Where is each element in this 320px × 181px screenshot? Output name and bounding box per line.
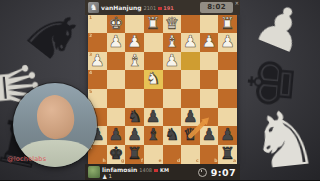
square-g4[interactable]: [107, 70, 126, 89]
square-g6[interactable]: [107, 108, 126, 127]
top-player-rating: 2101: [143, 5, 156, 11]
rank-label: 3: [89, 53, 92, 58]
square-b4[interactable]: [200, 70, 219, 89]
square-f4[interactable]: [125, 70, 144, 89]
square-e6[interactable]: ♟: [144, 108, 163, 127]
rank-label: 2: [89, 34, 92, 39]
file-label: b: [214, 159, 217, 164]
white-knight-piece: ♞: [146, 71, 161, 88]
square-d4[interactable]: [163, 70, 182, 89]
black-knight-piece: ♞: [127, 108, 142, 125]
white-pawn-piece: ♟: [109, 34, 124, 51]
square-a8[interactable]: ♜a: [218, 145, 237, 164]
square-a5[interactable]: [218, 89, 237, 108]
white-knight-decor: ♞: [246, 99, 320, 180]
file-label: e: [158, 159, 161, 164]
square-c1[interactable]: [181, 15, 200, 34]
square-b3[interactable]: [200, 52, 219, 71]
square-e5[interactable]: [144, 89, 163, 108]
bottom-player-avatar[interactable]: [88, 166, 100, 178]
square-a1[interactable]: ♜: [218, 15, 237, 34]
rank-label: 5: [89, 90, 92, 95]
square-d6[interactable]: [163, 108, 182, 127]
stream-frame: ♞♛♟♚♞♜ ♞ vanHanjung2101191 8:02 ✕ 1♚♜♛♜2…: [0, 0, 320, 180]
clock-icon: [198, 168, 207, 177]
white-pawn-piece: ♟: [202, 34, 217, 51]
file-label: h: [102, 159, 105, 164]
black-pawn-piece: ♟: [183, 108, 198, 125]
square-c2[interactable]: ♟: [181, 33, 200, 52]
square-b2[interactable]: ♟: [200, 33, 219, 52]
black-queen-piece: ♛: [183, 127, 198, 144]
square-a6[interactable]: [218, 108, 237, 127]
white-pawn-piece: ♟: [127, 34, 142, 51]
square-f2[interactable]: ♟: [125, 33, 144, 52]
square-f1[interactable]: [125, 15, 144, 34]
square-a3[interactable]: [218, 52, 237, 71]
square-b8[interactable]: b: [200, 145, 219, 164]
black-bishop-piece: ♝: [146, 127, 161, 144]
square-f3[interactable]: ♝: [125, 52, 144, 71]
square-c8[interactable]: c: [181, 145, 200, 164]
white-pawn-piece: ♟: [220, 34, 235, 51]
streamer-handle: @lochelabs: [7, 155, 46, 163]
flag-icon: [154, 169, 158, 172]
black-pawn-piece: ♟: [220, 127, 235, 144]
white-bishop-piece: ♝: [127, 52, 142, 69]
square-g7[interactable]: ♟: [107, 126, 126, 145]
square-f8[interactable]: ♜f: [125, 145, 144, 164]
white-king-piece: ♚: [109, 15, 124, 32]
file-label: f: [141, 159, 143, 164]
square-e7[interactable]: ♝: [144, 126, 163, 145]
square-h8[interactable]: 8h: [88, 145, 107, 164]
square-e1[interactable]: ♜: [144, 15, 163, 34]
white-bishop-piece: ♝: [164, 34, 179, 51]
file-label: a: [233, 159, 236, 164]
square-c7[interactable]: ♛: [181, 126, 200, 145]
file-label: c: [196, 159, 199, 164]
bottom-player-badge: KM: [160, 167, 169, 173]
square-b1[interactable]: [200, 15, 219, 34]
square-b7[interactable]: ♟: [200, 126, 219, 145]
black-pawn-piece: ♟: [109, 127, 124, 144]
top-player-name-text: vanHanjung: [101, 4, 141, 11]
square-a2[interactable]: ♟: [218, 33, 237, 52]
close-icon[interactable]: ✕: [235, 1, 239, 6]
square-h2[interactable]: 2: [88, 33, 107, 52]
square-e8[interactable]: e: [144, 145, 163, 164]
file-label: g: [121, 159, 124, 164]
square-c4[interactable]: [181, 70, 200, 89]
square-f5[interactable]: [125, 89, 144, 108]
captured-pawn-icon: ♟: [102, 173, 107, 180]
square-c3[interactable]: [181, 52, 200, 71]
square-e4[interactable]: ♞: [144, 70, 163, 89]
rank-label: 1: [89, 16, 92, 21]
square-a4[interactable]: [218, 70, 237, 89]
rank-label: 4: [89, 71, 92, 76]
square-c5[interactable]: [181, 89, 200, 108]
material-count: 1: [108, 173, 112, 179]
square-g5[interactable]: [107, 89, 126, 108]
top-player-avatar[interactable]: ♞: [88, 2, 99, 13]
square-h4[interactable]: 4: [88, 70, 107, 89]
square-e3[interactable]: [144, 52, 163, 71]
file-label: d: [177, 159, 180, 164]
black-knight-piece: ♞: [164, 127, 179, 144]
square-b5[interactable]: [200, 89, 219, 108]
square-d2[interactable]: ♝: [163, 33, 182, 52]
square-g1[interactable]: ♚: [107, 15, 126, 34]
chess-board[interactable]: 1♚♜♛♜2♟♟♝♟♟♟♟3♝♟4♞56♞♟♟♟7♟♟♝♞♛♟♟8h♚g♜fed…: [88, 15, 237, 164]
square-f7[interactable]: ♟: [125, 126, 144, 145]
square-d8[interactable]: d: [163, 145, 182, 164]
streamer-head: [34, 93, 77, 142]
bottom-player-bar: linfamosin1408KM ♟ 1 9:07: [85, 164, 240, 181]
bottom-player-rating: 1408: [139, 167, 152, 173]
square-b6[interactable]: [200, 108, 219, 127]
square-d1[interactable]: ♛: [163, 15, 182, 34]
square-e2[interactable]: [144, 33, 163, 52]
black-rook-piece: ♜: [127, 145, 142, 162]
flag-icon: [158, 7, 162, 10]
square-g3[interactable]: [107, 52, 126, 71]
bottom-player-clock: 9:07: [198, 167, 236, 178]
black-pawn-piece: ♟: [127, 127, 142, 144]
square-d5[interactable]: [163, 89, 182, 108]
square-g8[interactable]: ♚g: [107, 145, 126, 164]
square-d7[interactable]: ♞: [163, 126, 182, 145]
top-player-name[interactable]: vanHanjung2101191: [101, 4, 174, 11]
black-pawn-piece: ♟: [146, 108, 161, 125]
top-player-badge: 191: [163, 5, 173, 11]
white-pawn-piece: ♟: [183, 34, 198, 51]
square-g2[interactable]: ♟: [107, 33, 126, 52]
top-player-bar: ♞ vanHanjung2101191 8:02 ✕: [85, 0, 240, 15]
white-rook-piece: ♜: [146, 15, 161, 32]
square-a7[interactable]: ♟: [218, 126, 237, 145]
white-queen-piece: ♛: [164, 15, 179, 32]
top-player-clock: 8:02: [200, 2, 233, 13]
square-d3[interactable]: ♟: [163, 52, 182, 71]
bottom-clock-time: 9:07: [211, 167, 236, 178]
white-rook-piece: ♜: [220, 15, 235, 32]
white-pawn-piece: ♟: [164, 52, 179, 69]
square-h3[interactable]: ♟3: [88, 52, 107, 71]
bottom-player-name[interactable]: linfamosin1408KM: [102, 166, 169, 173]
material-advantage: ♟ 1: [102, 173, 112, 180]
square-f6[interactable]: ♞: [125, 108, 144, 127]
black-pawn-piece: ♟: [202, 127, 217, 144]
square-c6[interactable]: ♟: [181, 108, 200, 127]
square-h1[interactable]: 1: [88, 15, 107, 34]
